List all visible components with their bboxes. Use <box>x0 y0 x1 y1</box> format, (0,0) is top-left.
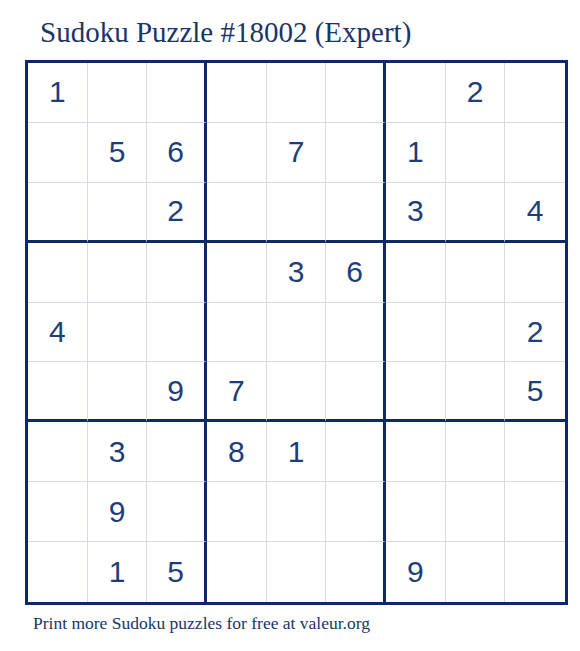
cell-r8c6[interactable] <box>326 482 386 542</box>
cell-r9c1[interactable] <box>28 542 88 602</box>
cell-r9c9[interactable] <box>505 542 565 602</box>
cell-r5c1[interactable]: 4 <box>28 303 88 363</box>
cell-r9c3[interactable]: 5 <box>147 542 207 602</box>
cell-r3c1[interactable] <box>28 183 88 243</box>
cell-r3c4[interactable] <box>207 183 267 243</box>
cell-r5c5[interactable] <box>267 303 327 363</box>
cell-r1c2[interactable] <box>88 63 148 123</box>
cell-r7c7[interactable] <box>386 422 446 482</box>
cell-r3c9[interactable]: 4 <box>505 183 565 243</box>
cell-r5c3[interactable] <box>147 303 207 363</box>
cell-r8c1[interactable] <box>28 482 88 542</box>
cell-r2c3[interactable]: 6 <box>147 123 207 183</box>
cell-r9c6[interactable] <box>326 542 386 602</box>
sudoku-page: Sudoku Puzzle #18002 (Expert) 1256712343… <box>0 0 580 651</box>
cell-r1c3[interactable] <box>147 63 207 123</box>
cell-r9c8[interactable] <box>446 542 506 602</box>
cell-r1c5[interactable] <box>267 63 327 123</box>
cell-r6c8[interactable] <box>446 362 506 422</box>
cell-r8c2[interactable]: 9 <box>88 482 148 542</box>
cell-r9c5[interactable] <box>267 542 327 602</box>
cell-r1c1[interactable]: 1 <box>28 63 88 123</box>
cell-r6c3[interactable]: 9 <box>147 362 207 422</box>
cell-r4c5[interactable]: 3 <box>267 243 327 303</box>
cell-r7c3[interactable] <box>147 422 207 482</box>
cell-r9c2[interactable]: 1 <box>88 542 148 602</box>
cell-r1c7[interactable] <box>386 63 446 123</box>
cell-r2c4[interactable] <box>207 123 267 183</box>
cell-r8c3[interactable] <box>147 482 207 542</box>
cell-r2c7[interactable]: 1 <box>386 123 446 183</box>
cell-r5c7[interactable] <box>386 303 446 363</box>
cell-r8c4[interactable] <box>207 482 267 542</box>
cell-r7c6[interactable] <box>326 422 386 482</box>
cell-r8c9[interactable] <box>505 482 565 542</box>
cell-r7c1[interactable] <box>28 422 88 482</box>
cell-r1c4[interactable] <box>207 63 267 123</box>
cell-r4c4[interactable] <box>207 243 267 303</box>
cell-r2c5[interactable]: 7 <box>267 123 327 183</box>
cell-r4c6[interactable]: 6 <box>326 243 386 303</box>
cell-r3c2[interactable] <box>88 183 148 243</box>
cell-r4c3[interactable] <box>147 243 207 303</box>
cell-r4c9[interactable] <box>505 243 565 303</box>
cell-r6c4[interactable]: 7 <box>207 362 267 422</box>
cell-r2c6[interactable] <box>326 123 386 183</box>
cell-r8c5[interactable] <box>267 482 327 542</box>
cell-r7c4[interactable]: 8 <box>207 422 267 482</box>
cell-r6c6[interactable] <box>326 362 386 422</box>
cell-r7c2[interactable]: 3 <box>88 422 148 482</box>
cell-r4c7[interactable] <box>386 243 446 303</box>
cell-r5c2[interactable] <box>88 303 148 363</box>
cell-r6c7[interactable] <box>386 362 446 422</box>
cell-r6c1[interactable] <box>28 362 88 422</box>
cell-r1c6[interactable] <box>326 63 386 123</box>
cell-r3c8[interactable] <box>446 183 506 243</box>
cell-r5c9[interactable]: 2 <box>505 303 565 363</box>
cell-r3c6[interactable] <box>326 183 386 243</box>
cell-r9c4[interactable] <box>207 542 267 602</box>
cell-r7c5[interactable]: 1 <box>267 422 327 482</box>
cell-r3c3[interactable]: 2 <box>147 183 207 243</box>
cell-r1c9[interactable] <box>505 63 565 123</box>
cell-r8c8[interactable] <box>446 482 506 542</box>
cell-r2c1[interactable] <box>28 123 88 183</box>
cell-r8c7[interactable] <box>386 482 446 542</box>
cell-r2c2[interactable]: 5 <box>88 123 148 183</box>
cell-r7c9[interactable] <box>505 422 565 482</box>
cell-r3c5[interactable] <box>267 183 327 243</box>
cell-r4c1[interactable] <box>28 243 88 303</box>
cell-r1c8[interactable]: 2 <box>446 63 506 123</box>
cell-r6c5[interactable] <box>267 362 327 422</box>
cell-r2c9[interactable] <box>505 123 565 183</box>
footer-credit: Print more Sudoku puzzles for free at va… <box>33 613 370 634</box>
cell-r3c7[interactable]: 3 <box>386 183 446 243</box>
cell-r5c4[interactable] <box>207 303 267 363</box>
cell-r5c6[interactable] <box>326 303 386 363</box>
cell-r9c7[interactable]: 9 <box>386 542 446 602</box>
cell-r2c8[interactable] <box>446 123 506 183</box>
cell-r7c8[interactable] <box>446 422 506 482</box>
cell-r6c2[interactable] <box>88 362 148 422</box>
cell-r4c8[interactable] <box>446 243 506 303</box>
page-title: Sudoku Puzzle #18002 (Expert) <box>40 16 411 48</box>
cell-r6c9[interactable]: 5 <box>505 362 565 422</box>
cell-r5c8[interactable] <box>446 303 506 363</box>
cell-r4c2[interactable] <box>88 243 148 303</box>
sudoku-board: 12567123436429753819159 <box>25 60 568 605</box>
